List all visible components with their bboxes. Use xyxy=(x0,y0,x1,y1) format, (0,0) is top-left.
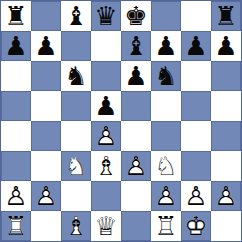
black-queen-piece: ♛ xyxy=(91,1,121,31)
black-pawn-piece: ♟ xyxy=(121,61,151,91)
white-rook-piece: ♖ xyxy=(151,211,181,241)
black-pawn-piece: ♟ xyxy=(211,31,241,61)
white-pawn-fill: ♟ xyxy=(91,121,121,151)
chess-board: ♜♝♛♚♜♟♟♝♟♟♟♞♟♞♟♟♙♞♘♝♗♟♙♞♘♟♙♟♙♟♙♟♙♟♙♜♖♝♗♛… xyxy=(0,0,242,242)
white-bishop-piece: ♗ xyxy=(61,211,91,241)
square-d4[interactable]: ♟♙ xyxy=(91,121,121,151)
white-bishop-fill: ♝ xyxy=(91,151,121,181)
square-e1[interactable] xyxy=(121,211,151,241)
square-b3[interactable] xyxy=(31,151,61,181)
white-pawn-piece: ♙ xyxy=(121,151,151,181)
black-pawn-piece: ♟ xyxy=(1,31,31,61)
square-a3[interactable] xyxy=(1,151,31,181)
square-g5[interactable] xyxy=(181,91,211,121)
square-d6[interactable] xyxy=(91,61,121,91)
square-h4[interactable] xyxy=(211,121,241,151)
square-h8[interactable]: ♜ xyxy=(211,1,241,31)
black-pawn-piece: ♟ xyxy=(31,31,61,61)
square-c7[interactable] xyxy=(61,31,91,61)
square-e6[interactable]: ♟ xyxy=(121,61,151,91)
square-f6[interactable]: ♞ xyxy=(151,61,181,91)
white-pawn-fill: ♟ xyxy=(151,181,181,211)
white-pawn-piece: ♙ xyxy=(211,181,241,211)
square-c8[interactable]: ♝ xyxy=(61,1,91,31)
square-a2[interactable]: ♟♙ xyxy=(1,181,31,211)
square-b8[interactable] xyxy=(31,1,61,31)
square-g7[interactable]: ♟ xyxy=(181,31,211,61)
square-b4[interactable] xyxy=(31,121,61,151)
white-pawn-piece: ♙ xyxy=(31,181,61,211)
square-g3[interactable] xyxy=(181,151,211,181)
black-pawn-piece: ♟ xyxy=(151,31,181,61)
square-h2[interactable]: ♟♙ xyxy=(211,181,241,211)
square-f8[interactable] xyxy=(151,1,181,31)
square-a7[interactable]: ♟ xyxy=(1,31,31,61)
square-e5[interactable] xyxy=(121,91,151,121)
black-king-piece: ♚ xyxy=(121,1,151,31)
square-g8[interactable] xyxy=(181,1,211,31)
square-a5[interactable] xyxy=(1,91,31,121)
white-pawn-piece: ♙ xyxy=(181,181,211,211)
black-knight-piece: ♞ xyxy=(61,61,91,91)
square-a8[interactable]: ♜ xyxy=(1,1,31,31)
square-c6[interactable]: ♞ xyxy=(61,61,91,91)
square-c4[interactable] xyxy=(61,121,91,151)
white-queen-piece: ♕ xyxy=(91,211,121,241)
white-rook-fill: ♜ xyxy=(151,211,181,241)
white-knight-piece: ♘ xyxy=(61,151,91,181)
square-d5[interactable]: ♟ xyxy=(91,91,121,121)
white-knight-fill: ♞ xyxy=(61,151,91,181)
black-rook-piece: ♜ xyxy=(1,1,31,31)
square-e8[interactable]: ♚ xyxy=(121,1,151,31)
square-a1[interactable]: ♜♖ xyxy=(1,211,31,241)
square-c1[interactable]: ♝♗ xyxy=(61,211,91,241)
white-knight-fill: ♞ xyxy=(151,151,181,181)
square-f2[interactable]: ♟♙ xyxy=(151,181,181,211)
white-rook-fill: ♜ xyxy=(1,211,31,241)
square-d2[interactable] xyxy=(91,181,121,211)
square-g6[interactable] xyxy=(181,61,211,91)
square-a4[interactable] xyxy=(1,121,31,151)
square-f4[interactable] xyxy=(151,121,181,151)
square-f5[interactable] xyxy=(151,91,181,121)
white-pawn-piece: ♙ xyxy=(1,181,31,211)
white-pawn-fill: ♟ xyxy=(31,181,61,211)
black-knight-piece: ♞ xyxy=(151,61,181,91)
black-bishop-piece: ♝ xyxy=(121,31,151,61)
square-h5[interactable] xyxy=(211,91,241,121)
white-pawn-fill: ♟ xyxy=(211,181,241,211)
white-rook-piece: ♖ xyxy=(1,211,31,241)
square-f7[interactable]: ♟ xyxy=(151,31,181,61)
square-d8[interactable]: ♛ xyxy=(91,1,121,31)
square-b1[interactable] xyxy=(31,211,61,241)
white-pawn-piece: ♙ xyxy=(151,181,181,211)
square-b5[interactable] xyxy=(31,91,61,121)
white-bishop-piece: ♗ xyxy=(91,151,121,181)
square-g2[interactable]: ♟♙ xyxy=(181,181,211,211)
black-pawn-piece: ♟ xyxy=(91,91,121,121)
square-h1[interactable] xyxy=(211,211,241,241)
square-e2[interactable] xyxy=(121,181,151,211)
square-h6[interactable] xyxy=(211,61,241,91)
square-c3[interactable]: ♞♘ xyxy=(61,151,91,181)
white-pawn-fill: ♟ xyxy=(121,151,151,181)
square-f1[interactable]: ♜♖ xyxy=(151,211,181,241)
square-b6[interactable] xyxy=(31,61,61,91)
square-c5[interactable] xyxy=(61,91,91,121)
white-bishop-fill: ♝ xyxy=(61,211,91,241)
black-pawn-piece: ♟ xyxy=(181,31,211,61)
white-king-fill: ♚ xyxy=(181,211,211,241)
square-g1[interactable]: ♚♔ xyxy=(181,211,211,241)
square-f3[interactable]: ♞♘ xyxy=(151,151,181,181)
square-c2[interactable] xyxy=(61,181,91,211)
square-d1[interactable]: ♛♕ xyxy=(91,211,121,241)
square-d3[interactable]: ♝♗ xyxy=(91,151,121,181)
square-a6[interactable] xyxy=(1,61,31,91)
white-knight-piece: ♘ xyxy=(151,151,181,181)
square-h7[interactable]: ♟ xyxy=(211,31,241,61)
square-h3[interactable] xyxy=(211,151,241,181)
white-king-piece: ♔ xyxy=(181,211,211,241)
black-rook-piece: ♜ xyxy=(211,1,241,31)
white-pawn-piece: ♙ xyxy=(91,121,121,151)
black-bishop-piece: ♝ xyxy=(61,1,91,31)
square-b2[interactable]: ♟♙ xyxy=(31,181,61,211)
square-e7[interactable]: ♝ xyxy=(121,31,151,61)
white-pawn-fill: ♟ xyxy=(181,181,211,211)
square-e3[interactable]: ♟♙ xyxy=(121,151,151,181)
square-b7[interactable]: ♟ xyxy=(31,31,61,61)
white-queen-fill: ♛ xyxy=(91,211,121,241)
square-d7[interactable] xyxy=(91,31,121,61)
square-g4[interactable] xyxy=(181,121,211,151)
white-pawn-fill: ♟ xyxy=(1,181,31,211)
square-e4[interactable] xyxy=(121,121,151,151)
